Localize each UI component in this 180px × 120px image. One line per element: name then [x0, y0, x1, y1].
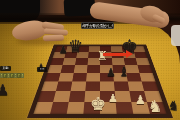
game-screen: ♟ ♛ ♚ ♜ ♟ ♝ ♚ ♟ ♟ ♞ ♞ ♟ ♟ 相手が駒を動かした! 形勢 … [0, 0, 180, 120]
background-object [171, 25, 180, 46]
move-arrow-head [126, 50, 133, 58]
piece-white-pawn-e2[interactable]: ♟ [108, 93, 118, 104]
hud-right-label: ••• [37, 67, 47, 72]
piece-white-rook-e6[interactable]: ♜ [97, 50, 108, 62]
move-arrow-shaft [103, 53, 127, 56]
captured-black-knight: ♞ [167, 98, 180, 113]
piece-white-king-d1[interactable]: ♚ [90, 95, 106, 113]
finger [43, 34, 64, 40]
piece-white-pawn-g2[interactable]: ♟ [135, 94, 146, 106]
hud-left-label: 形勢 [0, 66, 11, 71]
piece-black-pawn-b7[interactable]: ♟ [59, 45, 68, 55]
piece-black-pawn-e4[interactable]: ♟ [106, 67, 116, 78]
piece-black-bishop-f4[interactable]: ♝ [118, 65, 130, 78]
message-bar: 相手が駒を動かした! [81, 22, 114, 29]
piece-black-queen-c7[interactable]: ♛ [68, 38, 83, 55]
hud-tile: 7 [21, 73, 24, 78]
piece-white-knight-h1[interactable]: ♞ [148, 99, 162, 115]
captured-black-piece: ♟ [0, 83, 9, 98]
hud-tile-strip: 1 2 3 4 5 6 7 [0, 73, 24, 78]
